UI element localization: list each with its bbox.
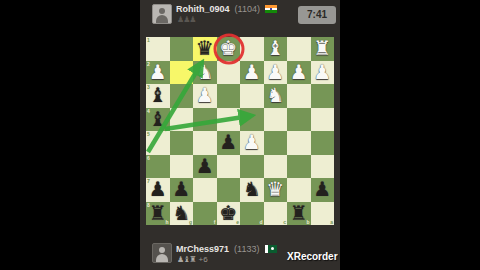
xrecorder-watermark: XRecorder bbox=[287, 251, 338, 262]
bottom-player-name: MrChess971 bbox=[176, 244, 229, 254]
rank-label-5: 5 bbox=[147, 131, 150, 137]
square-c4[interactable] bbox=[264, 108, 288, 132]
square-a1[interactable]: ♜ bbox=[311, 37, 335, 61]
square-b8[interactable]: b♜ bbox=[287, 202, 311, 226]
file-label-g: g bbox=[189, 219, 192, 225]
file-label-c: c bbox=[283, 219, 286, 225]
square-f4[interactable] bbox=[193, 108, 217, 132]
square-c6[interactable] bbox=[264, 155, 288, 179]
square-b6[interactable] bbox=[287, 155, 311, 179]
rank-label-8: 8 bbox=[147, 202, 150, 208]
square-a4[interactable] bbox=[311, 108, 335, 132]
piece-white-bishop: ♝ bbox=[264, 37, 288, 61]
piece-white-pawn: ♟ bbox=[240, 61, 264, 85]
app-content: Rohith_0904 (1104) ♟♟♟ 7:41 1♛♚♝♜2♟♞♟♟♟♟… bbox=[140, 0, 340, 270]
piece-black-pawn: ♟ bbox=[217, 131, 241, 155]
file-label-a: a bbox=[330, 219, 333, 225]
piece-white-pawn: ♟ bbox=[264, 61, 288, 85]
square-h4[interactable]: 4♝ bbox=[146, 108, 170, 132]
square-g5[interactable] bbox=[170, 131, 194, 155]
square-e5[interactable]: ♟ bbox=[217, 131, 241, 155]
piece-white-pawn: ♟ bbox=[311, 61, 335, 85]
person-icon bbox=[153, 244, 171, 262]
square-d3[interactable] bbox=[240, 84, 264, 108]
rank-label-4: 4 bbox=[147, 108, 150, 114]
square-d5[interactable]: ♟ bbox=[240, 131, 264, 155]
square-b2[interactable]: ♟ bbox=[287, 61, 311, 85]
square-a2[interactable]: ♟ bbox=[311, 61, 335, 85]
piece-white-queen: ♛ bbox=[264, 178, 288, 202]
square-h5[interactable]: 5 bbox=[146, 131, 170, 155]
square-b4[interactable] bbox=[287, 108, 311, 132]
chess-board: 1♛♚♝♜2♟♞♟♟♟♟3♝♟♞4♝5♟♟6♟7♟♟♞♛♟8h♜g♞fe♚dcb… bbox=[146, 37, 334, 225]
square-e3[interactable] bbox=[217, 84, 241, 108]
square-h1[interactable]: 1 bbox=[146, 37, 170, 61]
rank-label-3: 3 bbox=[147, 84, 150, 90]
file-label-b: b bbox=[306, 219, 309, 225]
square-d8[interactable]: d bbox=[240, 202, 264, 226]
square-e7[interactable] bbox=[217, 178, 241, 202]
square-h6[interactable]: 6 bbox=[146, 155, 170, 179]
square-g7[interactable]: ♟ bbox=[170, 178, 194, 202]
square-c8[interactable]: c bbox=[264, 202, 288, 226]
square-c3[interactable]: ♞ bbox=[264, 84, 288, 108]
square-e1[interactable]: ♚ bbox=[217, 37, 241, 61]
square-g1[interactable] bbox=[170, 37, 194, 61]
square-b1[interactable] bbox=[287, 37, 311, 61]
square-g2[interactable] bbox=[170, 61, 194, 85]
file-label-f: f bbox=[214, 219, 216, 225]
square-g4[interactable] bbox=[170, 108, 194, 132]
bottom-captured-pieces: ♟♝♜+6 bbox=[177, 255, 208, 264]
square-h2[interactable]: 2♟ bbox=[146, 61, 170, 85]
top-player-clock: 7:41 bbox=[298, 6, 336, 24]
rank-label-7: 7 bbox=[147, 178, 150, 184]
square-d1[interactable] bbox=[240, 37, 264, 61]
square-f6[interactable]: ♟ bbox=[193, 155, 217, 179]
screen: Rohith_0904 (1104) ♟♟♟ 7:41 1♛♚♝♜2♟♞♟♟♟♟… bbox=[0, 0, 480, 270]
square-b3[interactable] bbox=[287, 84, 311, 108]
bottom-player-rating: (1133) bbox=[232, 244, 260, 254]
captured-piece-icons: ♟♝♜ bbox=[177, 255, 196, 264]
square-a8[interactable]: a bbox=[311, 202, 335, 226]
top-player-name-line: Rohith_0904 (1104) bbox=[176, 4, 277, 14]
square-c2[interactable]: ♟ bbox=[264, 61, 288, 85]
square-a6[interactable] bbox=[311, 155, 335, 179]
square-b5[interactable] bbox=[287, 131, 311, 155]
square-a5[interactable] bbox=[311, 131, 335, 155]
top-captured-pieces: ♟♟♟ bbox=[177, 15, 196, 24]
piece-white-pawn: ♟ bbox=[240, 131, 264, 155]
square-f7[interactable] bbox=[193, 178, 217, 202]
piece-black-knight: ♞ bbox=[240, 178, 264, 202]
top-player-rating: (1104) bbox=[232, 4, 260, 14]
square-e2[interactable] bbox=[217, 61, 241, 85]
piece-white-knight: ♞ bbox=[264, 84, 288, 108]
square-g8[interactable]: g♞ bbox=[170, 202, 194, 226]
piece-white-rook: ♜ bbox=[311, 37, 335, 61]
piece-white-knight: ♞ bbox=[193, 61, 217, 85]
square-c7[interactable]: ♛ bbox=[264, 178, 288, 202]
bottom-player-name-line: MrChess971 (1133) bbox=[176, 244, 277, 254]
person-icon bbox=[153, 5, 171, 23]
square-g3[interactable] bbox=[170, 84, 194, 108]
square-b7[interactable] bbox=[287, 178, 311, 202]
file-label-e: e bbox=[236, 219, 239, 225]
square-c1[interactable]: ♝ bbox=[264, 37, 288, 61]
material-advantage: +6 bbox=[199, 255, 208, 264]
square-f5[interactable] bbox=[193, 131, 217, 155]
file-label-h: h bbox=[165, 219, 168, 225]
square-e8[interactable]: e♚ bbox=[217, 202, 241, 226]
square-d7[interactable]: ♞ bbox=[240, 178, 264, 202]
square-d4[interactable] bbox=[240, 108, 264, 132]
square-e6[interactable] bbox=[217, 155, 241, 179]
square-d2[interactable]: ♟ bbox=[240, 61, 264, 85]
pakistan-flag-icon bbox=[265, 245, 277, 253]
square-f3[interactable]: ♟ bbox=[193, 84, 217, 108]
piece-black-pawn: ♟ bbox=[311, 178, 335, 202]
piece-white-pawn: ♟ bbox=[193, 84, 217, 108]
square-f2[interactable]: ♞ bbox=[193, 61, 217, 85]
top-player-avatar[interactable] bbox=[152, 4, 172, 24]
square-g6[interactable] bbox=[170, 155, 194, 179]
piece-white-king: ♚ bbox=[217, 37, 241, 61]
piece-white-pawn: ♟ bbox=[287, 61, 311, 85]
square-e4[interactable] bbox=[217, 108, 241, 132]
bottom-player-avatar[interactable] bbox=[152, 243, 172, 263]
square-h3[interactable]: 3♝ bbox=[146, 84, 170, 108]
square-h7[interactable]: 7♟ bbox=[146, 178, 170, 202]
square-c5[interactable] bbox=[264, 131, 288, 155]
rank-label-2: 2 bbox=[147, 61, 150, 67]
square-f1[interactable]: ♛ bbox=[193, 37, 217, 61]
piece-black-pawn: ♟ bbox=[170, 178, 194, 202]
piece-black-pawn: ♟ bbox=[193, 155, 217, 179]
square-h8[interactable]: 8h♜ bbox=[146, 202, 170, 226]
piece-black-queen: ♛ bbox=[193, 37, 217, 61]
square-a3[interactable] bbox=[311, 84, 335, 108]
rank-label-6: 6 bbox=[147, 155, 150, 161]
square-a7[interactable]: ♟ bbox=[311, 178, 335, 202]
file-label-d: d bbox=[259, 219, 262, 225]
top-player-name: Rohith_0904 bbox=[176, 4, 230, 14]
rank-label-1: 1 bbox=[147, 37, 150, 43]
india-flag-icon bbox=[265, 5, 277, 13]
square-d6[interactable] bbox=[240, 155, 264, 179]
square-f8[interactable]: f bbox=[193, 202, 217, 226]
